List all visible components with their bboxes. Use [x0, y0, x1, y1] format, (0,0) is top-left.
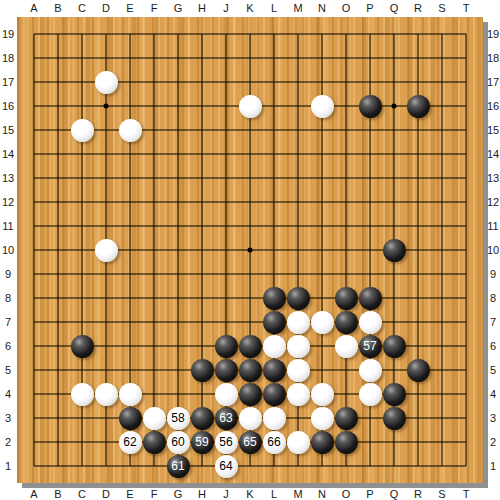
row-label-3: 3 — [0, 406, 16, 430]
white-stone-E4 — [119, 383, 142, 406]
white-stone-D17 — [95, 71, 118, 94]
row-label-16: 16 — [0, 94, 16, 118]
white-stone-O6 — [335, 335, 358, 358]
col-label-C: C — [70, 486, 94, 500]
white-stone-K16 — [239, 95, 262, 118]
go-diagram-page: ABCDEFGHJKLMNOPQRST 19181716151413121110… — [0, 0, 500, 500]
white-stone-P7 — [359, 311, 382, 334]
black-stone-J6 — [215, 335, 238, 358]
row-label-19: 19 — [0, 22, 16, 46]
col-label-H: H — [190, 0, 214, 16]
col-label-J: J — [214, 0, 238, 16]
col-label-F: F — [142, 486, 166, 500]
col-label-C: C — [70, 0, 94, 16]
row-label-19: 19 — [485, 22, 500, 46]
move-number-64: 64 — [215, 455, 238, 478]
black-stone-E3 — [119, 407, 142, 430]
white-stone-P5 — [359, 359, 382, 382]
row-label-13: 13 — [0, 166, 16, 190]
go-board[interactable]: 5758636260595665666164 — [17, 17, 483, 483]
black-stone-F2 — [143, 431, 166, 454]
row-label-11: 11 — [485, 214, 500, 238]
black-stone-J3: 63 — [215, 407, 238, 430]
col-label-B: B — [46, 486, 70, 500]
row-label-5: 5 — [0, 358, 16, 382]
col-label-T: T — [454, 486, 478, 500]
black-stone-P16 — [359, 95, 382, 118]
black-stone-P8 — [359, 287, 382, 310]
row-label-7: 7 — [0, 310, 16, 334]
white-stone-M5 — [287, 359, 310, 382]
white-stone-J4 — [215, 383, 238, 406]
col-label-A: A — [22, 486, 46, 500]
col-label-N: N — [310, 0, 334, 16]
white-stone-D4 — [95, 383, 118, 406]
move-number-57: 57 — [359, 335, 382, 358]
row-label-16: 16 — [485, 94, 500, 118]
col-label-F: F — [142, 0, 166, 16]
black-stone-L5 — [263, 359, 286, 382]
col-label-E: E — [118, 0, 142, 16]
move-number-63: 63 — [215, 407, 238, 430]
black-stone-K2: 65 — [239, 431, 262, 454]
row-label-8: 8 — [0, 286, 16, 310]
move-number-61: 61 — [167, 455, 190, 478]
black-stone-K4 — [239, 383, 262, 406]
white-stone-L6 — [263, 335, 286, 358]
black-stone-P6: 57 — [359, 335, 382, 358]
white-stone-N4 — [311, 383, 334, 406]
col-label-S: S — [430, 0, 454, 16]
col-label-L: L — [262, 486, 286, 500]
row-label-14: 14 — [485, 142, 500, 166]
black-stone-O8 — [335, 287, 358, 310]
white-stone-J2: 56 — [215, 431, 238, 454]
col-label-H: H — [190, 486, 214, 500]
row-label-1: 1 — [485, 454, 500, 478]
col-label-D: D — [94, 0, 118, 16]
move-number-66: 66 — [263, 431, 286, 454]
row-label-12: 12 — [485, 190, 500, 214]
col-label-Q: Q — [382, 0, 406, 16]
row-label-9: 9 — [0, 262, 16, 286]
white-stone-N7 — [311, 311, 334, 334]
col-label-G: G — [166, 486, 190, 500]
move-number-56: 56 — [215, 431, 238, 454]
move-number-62: 62 — [119, 431, 142, 454]
col-label-N: N — [310, 486, 334, 500]
row-label-12: 12 — [0, 190, 16, 214]
row-label-17: 17 — [485, 70, 500, 94]
row-label-18: 18 — [0, 46, 16, 70]
white-stone-K3 — [239, 407, 262, 430]
white-stone-G2: 60 — [167, 431, 190, 454]
white-stone-F3 — [143, 407, 166, 430]
col-label-K: K — [238, 486, 262, 500]
black-stone-L4 — [263, 383, 286, 406]
white-stone-P4 — [359, 383, 382, 406]
bottom-column-labels: ABCDEFGHJKLMNOPQRST — [22, 486, 478, 500]
white-stone-M6 — [287, 335, 310, 358]
row-label-6: 6 — [485, 334, 500, 358]
col-label-P: P — [358, 0, 382, 16]
row-label-4: 4 — [485, 382, 500, 406]
white-stone-J1: 64 — [215, 455, 238, 478]
col-label-O: O — [334, 0, 358, 16]
row-label-11: 11 — [0, 214, 16, 238]
white-stone-E2: 62 — [119, 431, 142, 454]
row-label-10: 10 — [0, 238, 16, 262]
col-label-D: D — [94, 486, 118, 500]
col-label-G: G — [166, 0, 190, 16]
col-label-K: K — [238, 0, 262, 16]
move-number-59: 59 — [191, 431, 214, 454]
white-stone-M4 — [287, 383, 310, 406]
black-stone-M8 — [287, 287, 310, 310]
black-stone-O7 — [335, 311, 358, 334]
move-number-58: 58 — [167, 407, 190, 430]
black-stone-G1: 61 — [167, 455, 190, 478]
black-stone-Q4 — [383, 383, 406, 406]
row-label-14: 14 — [0, 142, 16, 166]
black-stone-H2: 59 — [191, 431, 214, 454]
row-label-15: 15 — [0, 118, 16, 142]
col-label-A: A — [22, 0, 46, 16]
black-stone-R5 — [407, 359, 430, 382]
black-stone-N2 — [311, 431, 334, 454]
col-label-E: E — [118, 486, 142, 500]
row-label-13: 13 — [485, 166, 500, 190]
col-label-T: T — [454, 0, 478, 16]
white-stone-N3 — [311, 407, 334, 430]
row-label-5: 5 — [485, 358, 500, 382]
white-stone-L3 — [263, 407, 286, 430]
row-label-15: 15 — [485, 118, 500, 142]
row-label-4: 4 — [0, 382, 16, 406]
white-stone-L2: 66 — [263, 431, 286, 454]
top-column-labels: ABCDEFGHJKLMNOPQRST — [22, 0, 478, 16]
white-stone-E15 — [119, 119, 142, 142]
col-label-P: P — [358, 486, 382, 500]
left-row-labels: 19181716151413121110987654321 — [0, 22, 16, 478]
black-stone-Q3 — [383, 407, 406, 430]
row-label-2: 2 — [485, 430, 500, 454]
white-stone-M2 — [287, 431, 310, 454]
row-label-7: 7 — [485, 310, 500, 334]
row-label-2: 2 — [0, 430, 16, 454]
col-label-J: J — [214, 486, 238, 500]
white-stone-D10 — [95, 239, 118, 262]
black-stone-K5 — [239, 359, 262, 382]
col-label-O: O — [334, 486, 358, 500]
black-stone-H5 — [191, 359, 214, 382]
col-label-L: L — [262, 0, 286, 16]
col-label-B: B — [46, 0, 70, 16]
col-label-S: S — [430, 486, 454, 500]
white-stone-C4 — [71, 383, 94, 406]
white-stone-C15 — [71, 119, 94, 142]
col-label-R: R — [406, 486, 430, 500]
black-stone-O2 — [335, 431, 358, 454]
right-row-labels: 19181716151413121110987654321 — [485, 22, 500, 478]
black-stone-K6 — [239, 335, 262, 358]
black-stone-H3 — [191, 407, 214, 430]
row-label-8: 8 — [485, 286, 500, 310]
black-stone-C6 — [71, 335, 94, 358]
col-label-Q: Q — [382, 486, 406, 500]
black-stone-Q6 — [383, 335, 406, 358]
stones-layer: 5758636260595665666164 — [22, 22, 478, 478]
col-label-R: R — [406, 0, 430, 16]
col-label-M: M — [286, 0, 310, 16]
move-number-60: 60 — [167, 431, 190, 454]
black-stone-J5 — [215, 359, 238, 382]
row-label-10: 10 — [485, 238, 500, 262]
white-stone-M7 — [287, 311, 310, 334]
black-stone-O3 — [335, 407, 358, 430]
white-stone-N16 — [311, 95, 334, 118]
black-stone-L7 — [263, 311, 286, 334]
move-number-65: 65 — [239, 431, 262, 454]
row-label-17: 17 — [0, 70, 16, 94]
black-stone-R16 — [407, 95, 430, 118]
row-label-18: 18 — [485, 46, 500, 70]
col-label-M: M — [286, 486, 310, 500]
white-stone-G3: 58 — [167, 407, 190, 430]
row-label-9: 9 — [485, 262, 500, 286]
row-label-3: 3 — [485, 406, 500, 430]
row-label-1: 1 — [0, 454, 16, 478]
black-stone-L8 — [263, 287, 286, 310]
row-label-6: 6 — [0, 334, 16, 358]
black-stone-Q10 — [383, 239, 406, 262]
